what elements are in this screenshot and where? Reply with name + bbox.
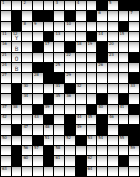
clue-number: 20 [109,42,114,46]
cell-r11c7[interactable] [65,105,75,114]
clue-number: 54 [98,136,103,140]
black-cell-r9c7 [65,84,75,93]
cell-r4c10[interactable]: 14 [97,32,107,41]
pencil-letter: O [12,55,22,62]
cell-r13c11[interactable] [108,125,118,134]
black-cell-r16c8 [76,156,86,165]
clue-number: 26 [98,63,103,67]
cell-r14c7[interactable]: 52 [65,136,75,145]
clue-number: 61 [55,156,60,160]
clue-number: 30 [23,84,28,88]
black-cell-r6c13 [129,53,139,62]
cell-r12c2[interactable] [12,115,22,124]
cell-r15c13[interactable]: 59 [129,146,139,155]
cell-r9c3[interactable]: 30 [22,84,32,93]
cell-r16c6[interactable]: 61 [54,156,64,165]
cell-r15c6[interactable]: 58 [54,146,64,155]
cell-r8c12[interactable] [119,73,129,82]
cell-r5c9[interactable]: 19 [87,42,97,51]
clue-number: 40 [98,105,103,109]
cell-r14c2[interactable] [12,136,22,145]
cell-r14c5[interactable]: 51 [44,136,54,145]
clue-number: 39 [45,105,50,109]
cell-r14c12[interactable]: 55 [119,136,129,145]
cell-r6c4[interactable] [33,53,43,62]
cell-r5c11[interactable]: 20 [108,42,118,51]
cell-r13c6[interactable] [54,125,64,134]
black-cell-r5c4 [33,42,43,51]
clue-number: 56 [23,146,28,150]
cell-r2c12[interactable] [119,11,129,20]
cell-r12c12[interactable] [119,115,129,124]
clue-number: 63 [2,167,7,171]
cell-r3c11[interactable] [108,22,118,31]
cell-r17c5[interactable] [44,167,54,176]
clue-number: 29 [66,73,71,77]
clue-number: 45 [88,115,93,119]
cell-r3c8[interactable] [76,22,86,31]
cell-r1c8[interactable]: 4 [76,1,86,10]
cell-r9c4[interactable] [33,84,43,93]
cell-r15c11[interactable] [108,146,118,155]
black-cell-r13c10 [97,125,107,134]
pencil-letter: B [12,65,22,72]
black-cell-r10c10 [97,94,107,103]
cell-r2c8[interactable] [76,11,86,20]
clue-number: 18 [77,42,82,46]
black-cell-r3c2 [12,22,22,31]
cell-r7c13[interactable] [129,63,139,72]
clue-number: 46 [109,115,114,119]
cell-r7c2[interactable]: B [12,63,22,72]
cell-r5c1[interactable]: 16 [1,42,11,51]
cell-r14c10[interactable]: 54 [97,136,107,145]
black-cell-r17c8 [76,167,86,176]
cell-r3c9[interactable] [87,22,97,31]
cell-r2c13[interactable]: 7 [129,11,139,20]
black-cell-r2c7 [65,11,75,20]
clue-number: 16 [2,42,7,46]
cell-r10c6[interactable]: 35 [54,94,64,103]
clue-number: 15 [120,32,125,36]
cell-r17c3[interactable] [22,167,32,176]
black-cell-r13c12 [119,125,129,134]
black-cell-r9c2 [12,84,22,93]
black-cell-r16c5 [44,156,54,165]
black-cell-r5c10 [97,42,107,51]
clue-number: 60 [23,156,28,160]
cell-r4c8[interactable] [76,32,86,41]
clue-number: 41 [120,105,125,109]
clue-number: 31 [55,84,60,88]
cell-r16c4[interactable] [33,156,43,165]
cell-r16c9[interactable]: 62 [87,156,97,165]
cell-r3c6[interactable] [54,22,64,31]
black-cell-r6c10 [97,53,107,62]
cell-r5c5[interactable]: 17 [44,42,54,51]
cell-r6c5[interactable] [44,53,54,62]
cell-r12c11[interactable]: 46 [108,115,118,124]
clue-number: 25 [55,63,60,67]
black-cell-r2c5 [44,11,54,20]
cell-r12c1[interactable]: 42 [1,115,11,124]
black-cell-r11c9 [87,105,97,114]
black-cell-r14c13 [129,136,139,145]
black-cell-r15c2 [12,146,22,155]
cell-r3c4[interactable]: 9 [33,22,43,31]
cell-r1c5[interactable] [44,1,54,10]
cell-r4c3[interactable] [22,32,32,41]
black-cell-r2c4 [33,11,43,20]
cell-r4c4[interactable] [33,32,43,41]
cell-r8c10[interactable] [97,73,107,82]
clue-number: 23 [109,53,114,57]
black-cell-r4c5 [44,32,54,41]
cell-r16c13[interactable] [129,156,139,165]
cell-r16c3[interactable]: 60 [22,156,32,165]
cell-r15c1[interactable] [1,146,11,155]
cell-r6c6[interactable] [54,53,64,62]
clue-number: 24 [2,63,7,67]
black-cell-r4c9 [87,32,97,41]
cell-r14c6[interactable] [54,136,64,145]
black-cell-r13c7 [65,125,75,134]
clue-number: 53 [88,136,93,140]
cell-r4c6[interactable]: 13 [54,32,64,41]
clue-number: 5 [109,1,111,5]
cell-r13c1[interactable] [1,125,11,134]
clue-number: 43 [34,115,39,119]
black-cell-r14c8 [76,136,86,145]
cell-r2c10[interactable]: 6 [97,11,107,20]
clue-number: 47 [23,125,28,129]
clue-number: 58 [55,146,60,150]
cell-r6c12[interactable] [119,53,129,62]
cell-r10c11[interactable] [108,94,118,103]
cell-r8c8[interactable] [76,73,86,82]
cell-r16c7[interactable] [65,156,75,165]
cell-r6c7[interactable]: 22 [65,53,75,62]
black-cell-r13c2 [12,125,22,134]
clue-number: 8 [23,22,25,26]
cell-r5c3[interactable] [22,42,32,51]
cell-r17c12[interactable] [119,167,129,176]
cell-r1c1[interactable]: 1 [1,1,11,10]
cell-r3c7[interactable]: 10 [65,22,75,31]
clue-number: 48 [45,125,50,129]
cell-r14c3[interactable] [22,136,32,145]
black-cell-r5c7 [65,42,75,51]
cell-r9c9[interactable] [87,84,97,93]
cell-r11c3[interactable] [22,105,32,114]
cell-r4c1[interactable]: 11 [1,32,11,41]
crossword-grid: 123456789101112Y13141516B1718192021O2223… [0,0,140,177]
black-cell-r1c12 [119,1,129,10]
cell-r7c7[interactable] [65,63,75,72]
cell-r17c9[interactable]: 64 [87,167,97,176]
cell-r8c9[interactable] [87,73,97,82]
cell-r11c10[interactable]: 40 [97,105,107,114]
cell-r11c12[interactable]: 41 [119,105,129,114]
cell-r8c2[interactable] [12,73,22,82]
cell-r11c1[interactable]: 37 [1,105,11,114]
clue-number: 17 [45,42,50,46]
cell-r12c4[interactable]: 43 [33,115,43,124]
clue-number: 7 [130,11,132,15]
cell-r6c11[interactable]: 23 [108,53,118,62]
cell-r12c3[interactable] [22,115,32,124]
clue-number: 13 [55,32,60,36]
black-cell-r12c5 [44,115,54,124]
cell-r11c8[interactable] [76,105,86,114]
cell-r9c8[interactable]: 32 [76,84,86,93]
cell-r12c9[interactable]: 45 [87,115,97,124]
cell-r13c3[interactable]: 47 [22,125,32,134]
cell-r10c1[interactable] [1,94,11,103]
clue-number: 32 [77,84,82,88]
cell-r11c5[interactable]: 39 [44,105,54,114]
clue-number: 38 [13,105,18,109]
black-cell-r1c13 [129,1,139,10]
black-cell-r7c5 [44,63,54,72]
clue-number: 1 [2,1,4,5]
cell-r7c11[interactable] [108,63,118,72]
black-cell-r11c4 [33,105,43,114]
clue-number: 34 [23,94,28,98]
clue-number: 51 [45,136,50,140]
cell-r2c1[interactable] [1,11,11,20]
black-cell-r8c6 [54,73,64,82]
cell-r15c9[interactable] [87,146,97,155]
cell-r5c13[interactable] [129,42,139,51]
cell-r2c6[interactable] [54,11,64,20]
black-cell-r7c4 [33,63,43,72]
cell-r7c1[interactable]: 24 [1,63,11,72]
clue-number: 42 [2,115,7,119]
cell-r17c11[interactable] [108,167,118,176]
cell-r16c1[interactable] [1,156,11,165]
clue-number: 49 [77,125,82,129]
cell-r1c9[interactable] [87,1,97,10]
cell-r5c2[interactable]: B [12,42,22,51]
cell-r7c3[interactable] [22,63,32,72]
cell-r11c2[interactable]: 38 [12,105,22,114]
clue-number: 52 [66,136,71,140]
black-cell-r3c12 [119,22,129,31]
cell-r8c1[interactable]: 27 [1,73,11,82]
clue-number: 10 [66,22,71,26]
cell-r13c5[interactable]: 48 [44,125,54,134]
black-cell-r8c13 [129,73,139,82]
cell-r3c13[interactable] [129,22,139,31]
cell-r6c3[interactable] [22,53,32,62]
cell-r12c6[interactable] [54,115,64,124]
cell-r13c9[interactable] [87,125,97,134]
clue-number: 35 [55,94,60,98]
cell-r10c4[interactable] [33,94,43,103]
cell-r6c1[interactable]: 21 [1,53,11,62]
cell-r13c8[interactable]: 49 [76,125,86,134]
clue-number: 64 [88,167,93,171]
black-cell-r11c13 [129,105,139,114]
cell-r4c12[interactable]: 15 [119,32,129,41]
cell-r2c11[interactable] [108,11,118,20]
clue-number: 62 [88,156,93,160]
cell-r7c8[interactable] [76,63,86,72]
black-cell-r2c9 [87,11,97,20]
cell-r1c2[interactable] [12,1,22,10]
cell-r15c8[interactable] [76,146,86,155]
cell-r9c1[interactable] [1,84,11,93]
cell-r11c11[interactable] [108,105,118,114]
black-cell-r12c10 [97,115,107,124]
cell-r2c3[interactable] [22,11,32,20]
cell-r3c5[interactable] [44,22,54,31]
clue-number: 50 [2,136,7,140]
cell-r13c4[interactable] [33,125,43,134]
cell-r15c10[interactable] [97,146,107,155]
cell-r9c5[interactable] [44,84,54,93]
clue-number: 59 [130,146,135,150]
clue-number: 14 [98,32,103,36]
clue-number: 22 [66,53,71,57]
black-cell-r1c10 [97,1,107,10]
cell-r9c10[interactable] [97,84,107,93]
cell-r7c6[interactable]: 25 [54,63,64,72]
clue-number: 55 [120,136,125,140]
cell-r11c6[interactable] [54,105,64,114]
cell-r1c11[interactable]: 5 [108,1,118,10]
cell-r10c13[interactable] [129,94,139,103]
cell-r10c9[interactable] [87,94,97,103]
clue-number: 33 [130,84,135,88]
clue-number: 28 [34,73,39,77]
black-cell-r14c4 [33,136,43,145]
black-cell-r10c5 [44,94,54,103]
cell-r4c13[interactable] [129,32,139,41]
black-cell-r13c13 [129,125,139,134]
cell-r10c7[interactable]: 36 [65,94,75,103]
clue-number: 36 [66,94,71,98]
cell-r8c7[interactable]: 29 [65,73,75,82]
clue-number: 44 [77,115,82,119]
cell-r1c7[interactable] [65,1,75,10]
cell-r15c3[interactable]: 56 [22,146,32,155]
cell-r14c1[interactable]: 50 [1,136,11,145]
cell-r1c3[interactable]: 2 [22,1,32,10]
cell-r5c8[interactable]: 18 [76,42,86,51]
clue-number: 21 [2,53,7,57]
black-cell-r15c5 [44,146,54,155]
cell-r6c9[interactable] [87,53,97,62]
cell-r17c6[interactable] [54,167,64,176]
clue-number: 9 [34,22,36,26]
cell-r3c10[interactable] [97,22,107,31]
cell-r4c11[interactable] [108,32,118,41]
cell-r8c4[interactable]: 28 [33,73,43,82]
clue-number: 19 [88,42,93,46]
cell-r9c12[interactable] [119,84,129,93]
black-cell-r12c7 [65,115,75,124]
cell-r17c4[interactable] [33,167,43,176]
black-cell-r10c12 [119,94,129,103]
cell-r17c7[interactable] [65,167,75,176]
cell-r10c8[interactable] [76,94,86,103]
clue-number: 3 [55,1,57,5]
cell-r16c10[interactable] [97,156,107,165]
cell-r5c6[interactable] [54,42,64,51]
cell-r17c10[interactable] [97,167,107,176]
black-cell-r2c2 [12,11,22,20]
black-cell-r16c2 [12,156,22,165]
cell-r8c11[interactable] [108,73,118,82]
black-cell-r10c2 [12,94,22,103]
cell-r15c12[interactable] [119,146,129,155]
clue-number: 6 [98,11,100,15]
cell-r8c3[interactable] [22,73,32,82]
cell-r7c10[interactable]: 26 [97,63,107,72]
clue-number: 27 [2,73,7,77]
cell-r7c12[interactable] [119,63,129,72]
cell-r16c11[interactable] [108,156,118,165]
cell-r17c1[interactable]: 63 [1,167,11,176]
cell-r17c2[interactable] [12,167,22,176]
cell-r9c11[interactable] [108,84,118,93]
cell-r9c6[interactable]: 31 [54,84,64,93]
pencil-letter: B [12,44,22,51]
cell-r3c3[interactable]: 8 [22,22,32,31]
cell-r1c6[interactable]: 3 [54,1,64,10]
cell-r4c7[interactable] [65,32,75,41]
cell-r17c13[interactable] [129,167,139,176]
cell-r6c8[interactable] [76,53,86,62]
cell-r14c11[interactable] [108,136,118,145]
cell-r15c4[interactable]: 57 [33,146,43,155]
clue-number: 57 [34,146,39,150]
clue-number: 2 [23,1,25,5]
clue-number: 37 [2,105,7,109]
cell-r12c13[interactable] [129,115,139,124]
cell-r1c4[interactable] [33,1,43,10]
cell-r10c3[interactable]: 34 [22,94,32,103]
black-cell-r16c12 [119,156,129,165]
cell-r5c12[interactable] [119,42,129,51]
clue-number: 11 [2,32,7,36]
clue-number: 4 [77,1,79,5]
cell-r9c13[interactable]: 33 [129,84,139,93]
pencil-letter: Y [12,34,22,41]
cell-r7c9[interactable] [87,63,97,72]
cell-r6c2[interactable]: O [12,53,22,62]
cell-r15c7[interactable] [65,146,75,155]
black-cell-r8c5 [44,73,54,82]
cell-r3c1[interactable] [1,22,11,31]
cell-r12c8[interactable]: 44 [76,115,86,124]
cell-r14c9[interactable]: 53 [87,136,97,145]
cell-r4c2[interactable]: 12Y [12,32,22,41]
